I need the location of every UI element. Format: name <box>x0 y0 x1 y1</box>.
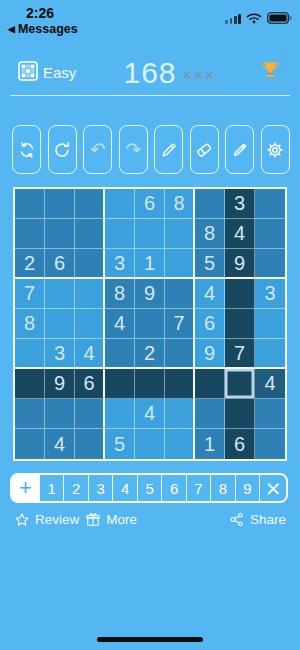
refresh-icon <box>52 140 72 160</box>
settings-button[interactable] <box>261 125 290 174</box>
restart-icon <box>17 140 37 160</box>
redo-icon: ↷ <box>125 140 141 159</box>
sudoku-cell-r7c8[interactable] <box>225 369 255 399</box>
sudoku-cell-r1c6[interactable]: 8 <box>165 189 195 219</box>
sudoku-cell-r7c1[interactable] <box>15 369 45 399</box>
sudoku-cell-r2c8[interactable]: 4 <box>225 219 255 249</box>
sudoku-cell-r7c3[interactable]: 6 <box>75 369 105 399</box>
sudoku-cell-r6c5[interactable]: 2 <box>135 339 165 369</box>
numpad-clear-button[interactable]: × <box>259 475 286 501</box>
more-label: More <box>106 512 137 527</box>
sudoku-cell-r9c4[interactable]: 5 <box>105 429 135 459</box>
eraser-button[interactable] <box>190 125 219 174</box>
sudoku-cell-r7c4[interactable] <box>105 369 135 399</box>
sudoku-cell-r3c7[interactable]: 5 <box>195 249 225 279</box>
sudoku-cell-r4c7[interactable]: 4 <box>195 279 225 309</box>
sudoku-cell-r1c1[interactable] <box>15 189 45 219</box>
numpad-2-button[interactable]: 2 <box>63 475 87 501</box>
sudoku-cell-r6c9[interactable] <box>255 339 285 369</box>
share-icon <box>228 511 245 528</box>
sudoku-cell-r8c8[interactable] <box>225 399 255 429</box>
sudoku-cell-r3c3[interactable] <box>75 249 105 279</box>
sudoku-cell-r5c6[interactable]: 7 <box>165 309 195 339</box>
sudoku-cell-r9c5[interactable] <box>135 429 165 459</box>
sudoku-cell-r9c7[interactable]: 1 <box>195 429 225 459</box>
sudoku-cell-r2c2[interactable] <box>45 219 75 249</box>
sudoku-cell-r4c6[interactable] <box>165 279 195 309</box>
trophy-icon[interactable] <box>261 60 280 83</box>
sudoku-cell-r3c2[interactable]: 6 <box>45 249 75 279</box>
sudoku-cell-r6c6[interactable] <box>165 339 195 369</box>
cellular-signal-icon <box>225 14 241 24</box>
sudoku-cell-r6c2[interactable]: 3 <box>45 339 75 369</box>
settings-gear-icon <box>265 140 285 160</box>
toolbar: ↶ ↷ <box>12 125 290 174</box>
sudoku-cell-r3c6[interactable] <box>165 249 195 279</box>
sudoku-cell-r2c5[interactable] <box>135 219 165 249</box>
status-time: 2:26 <box>26 5 54 21</box>
numpad-8-button[interactable]: 8 <box>210 475 234 501</box>
sudoku-cell-r5c8[interactable] <box>225 309 255 339</box>
eraser-icon <box>194 140 214 160</box>
sudoku-cell-r5c3[interactable] <box>75 309 105 339</box>
sudoku-cell-r5c2[interactable] <box>45 309 75 339</box>
sudoku-cell-r7c5[interactable] <box>135 369 165 399</box>
sudoku-cell-r2c3[interactable] <box>75 219 105 249</box>
sudoku-cell-r8c1[interactable] <box>15 399 45 429</box>
numpad-6-button[interactable]: 6 <box>161 475 185 501</box>
sudoku-board: 683842631597894384763429796444516 <box>13 187 287 461</box>
sudoku-cell-r2c7[interactable]: 8 <box>195 219 225 249</box>
sudoku-cell-r4c1[interactable]: 7 <box>15 279 45 309</box>
status-icons <box>225 10 292 28</box>
sudoku-cell-r6c8[interactable]: 7 <box>225 339 255 369</box>
sudoku-cell-r7c2[interactable]: 9 <box>45 369 75 399</box>
numpad-4-button[interactable]: 4 <box>112 475 136 501</box>
sudoku-cell-r4c9[interactable]: 3 <box>255 279 285 309</box>
sudoku-cell-r7c9[interactable]: 4 <box>255 369 285 399</box>
sudoku-cell-r6c4[interactable] <box>105 339 135 369</box>
sudoku-cell-r3c5[interactable]: 1 <box>135 249 165 279</box>
share-button[interactable]: Share <box>228 511 286 528</box>
share-label: Share <box>250 512 286 527</box>
sudoku-cell-r7c7[interactable] <box>195 369 225 399</box>
sudoku-cell-r8c7[interactable] <box>195 399 225 429</box>
sudoku-cell-r4c3[interactable] <box>75 279 105 309</box>
sudoku-cell-r1c2[interactable] <box>45 189 75 219</box>
mistakes-counter: ××× <box>183 67 217 83</box>
battery-icon <box>267 10 292 28</box>
sudoku-cell-r1c5[interactable]: 6 <box>135 189 165 219</box>
sudoku-cell-r9c3[interactable] <box>75 429 105 459</box>
review-button[interactable]: Review <box>14 512 79 528</box>
numpad-3-button[interactable]: 3 <box>88 475 112 501</box>
review-label: Review <box>35 512 79 527</box>
sudoku-cell-r6c7[interactable]: 9 <box>195 339 225 369</box>
sudoku-cell-r6c1[interactable] <box>15 339 45 369</box>
sudoku-cell-r4c2[interactable] <box>45 279 75 309</box>
sudoku-cell-r1c8[interactable]: 3 <box>225 189 255 219</box>
sudoku-cell-r9c9[interactable] <box>255 429 285 459</box>
number-pad: +123456789× <box>10 473 288 503</box>
home-indicator[interactable] <box>97 637 203 642</box>
sudoku-cell-r9c2[interactable]: 4 <box>45 429 75 459</box>
sudoku-cell-r2c4[interactable] <box>105 219 135 249</box>
sudoku-cell-r9c8[interactable]: 6 <box>225 429 255 459</box>
back-arrow-icon: ◀ <box>8 23 15 35</box>
sudoku-cell-r8c9[interactable] <box>255 399 285 429</box>
pencil-button[interactable] <box>154 125 183 174</box>
numpad-notes-plus-button[interactable]: + <box>12 475 39 501</box>
notes-button[interactable] <box>225 125 254 174</box>
bottom-actions: Review More Share <box>14 511 286 528</box>
numpad-5-button[interactable]: 5 <box>137 475 161 501</box>
back-to-messages-button[interactable]: ◀ Messages <box>8 22 78 36</box>
sudoku-cell-r1c9[interactable] <box>255 189 285 219</box>
sudoku-cell-r7c6[interactable] <box>165 369 195 399</box>
score-value: 168 <box>0 56 300 90</box>
more-button[interactable]: More <box>85 512 137 528</box>
sudoku-cell-r8c5[interactable]: 4 <box>135 399 165 429</box>
sudoku-cell-r2c9[interactable] <box>255 219 285 249</box>
pencil-icon <box>159 140 179 160</box>
sudoku-cell-r8c4[interactable] <box>105 399 135 429</box>
sudoku-cell-r3c8[interactable]: 9 <box>225 249 255 279</box>
star-icon <box>14 512 30 528</box>
sudoku-cell-r1c4[interactable] <box>105 189 135 219</box>
sudoku-cell-r2c1[interactable] <box>15 219 45 249</box>
numpad-1-button[interactable]: 1 <box>39 475 63 501</box>
sudoku-cell-r9c1[interactable] <box>15 429 45 459</box>
back-label: Messages <box>18 22 78 36</box>
sudoku-cell-r5c1[interactable]: 8 <box>15 309 45 339</box>
sudoku-cell-r2c6[interactable] <box>165 219 195 249</box>
sudoku-cell-r1c7[interactable] <box>195 189 225 219</box>
sudoku-cell-r8c3[interactable] <box>75 399 105 429</box>
numpad-7-button[interactable]: 7 <box>186 475 210 501</box>
sudoku-cell-r6c3[interactable]: 4 <box>75 339 105 369</box>
sudoku-cell-r5c4[interactable]: 4 <box>105 309 135 339</box>
sudoku-cell-r3c1[interactable]: 2 <box>15 249 45 279</box>
sudoku-cell-r3c9[interactable] <box>255 249 285 279</box>
refresh-button[interactable] <box>48 125 77 174</box>
restart-button[interactable] <box>12 125 41 174</box>
sudoku-cell-r5c9[interactable] <box>255 309 285 339</box>
undo-button[interactable]: ↶ <box>83 125 112 174</box>
sudoku-cell-r5c5[interactable] <box>135 309 165 339</box>
sudoku-cell-r9c6[interactable] <box>165 429 195 459</box>
gift-icon <box>85 512 101 528</box>
numpad-9-button[interactable]: 9 <box>235 475 259 501</box>
sudoku-cell-r4c5[interactable]: 9 <box>135 279 165 309</box>
redo-button[interactable]: ↷ <box>119 125 148 174</box>
sudoku-cell-r4c4[interactable]: 8 <box>105 279 135 309</box>
sudoku-cell-r8c2[interactable] <box>45 399 75 429</box>
sudoku-cell-r8c6[interactable] <box>165 399 195 429</box>
header-divider <box>10 95 290 96</box>
undo-icon: ↶ <box>90 140 106 159</box>
notes-pencil-icon <box>230 140 250 160</box>
sudoku-cell-r1c3[interactable] <box>75 189 105 219</box>
sudoku-cell-r4c8[interactable] <box>225 279 255 309</box>
wifi-icon <box>246 10 262 28</box>
sudoku-cell-r5c7[interactable]: 6 <box>195 309 225 339</box>
sudoku-cell-r3c4[interactable]: 3 <box>105 249 135 279</box>
